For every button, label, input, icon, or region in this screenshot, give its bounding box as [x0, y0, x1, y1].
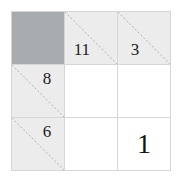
cell-r0c2-clue: 3: [118, 12, 170, 64]
down-clue: 11: [70, 41, 93, 58]
cell-r2c1-entry[interactable]: [65, 118, 117, 170]
cell-r0c1-clue: 11: [65, 12, 117, 64]
entry-value: [65, 65, 117, 117]
across-clue: 6: [35, 123, 58, 140]
cell-r2c2-entry[interactable]: 1: [118, 118, 170, 170]
kakuro-board: 113861: [11, 11, 171, 171]
across-clue: 8: [35, 70, 58, 87]
cell-r1c1-entry[interactable]: [65, 65, 117, 117]
kakuro-page: 113861: [0, 0, 180, 180]
entry-value: 1: [118, 118, 170, 170]
entry-value: [65, 118, 117, 170]
cell-r0c0-block: [12, 12, 64, 64]
cell-r1c2-entry[interactable]: [118, 65, 170, 117]
cell-r2c0-clue: 6: [12, 118, 64, 170]
down-clue: 3: [123, 41, 146, 58]
cell-r1c0-clue: 8: [12, 65, 64, 117]
entry-value: [118, 65, 170, 117]
